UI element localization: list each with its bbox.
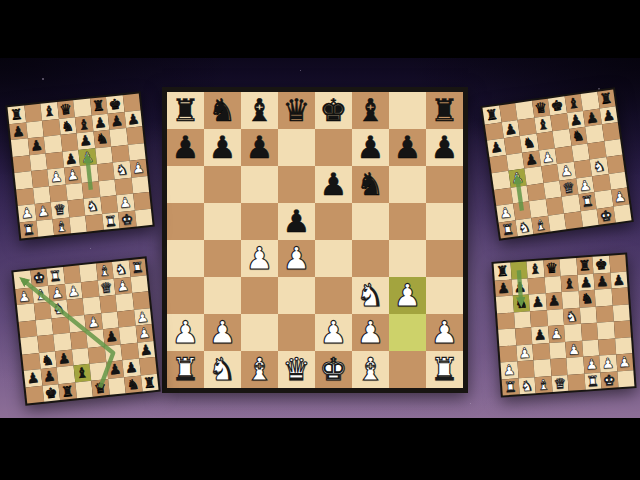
square-d5: ♟ — [62, 150, 80, 168]
square-f2 — [100, 195, 118, 213]
white-pawn: ♟ — [431, 317, 459, 348]
square-b6: ♞ — [512, 294, 530, 312]
square-h3 — [131, 176, 149, 194]
black-pawn: ♟ — [29, 138, 43, 153]
square-c4 — [53, 333, 71, 351]
mini-board-top-right: ♜♛♚♝♜♟♝♟♟♟♟♞♞♟♟♟♟♞♛♟♟♜♟♜♞♝♚ — [480, 87, 634, 241]
square-b3 — [32, 186, 50, 204]
square-a2: ♟ — [18, 204, 36, 222]
square-f1: ♜ — [584, 372, 602, 390]
letterbox-bottom — [0, 418, 640, 480]
white-rook: ♜ — [130, 260, 144, 275]
square-f2: ♟ — [352, 314, 389, 351]
square-a6 — [11, 138, 29, 156]
black-pawn: ♟ — [596, 274, 610, 289]
square-h4 — [426, 240, 463, 277]
white-knight: ♞ — [115, 162, 129, 177]
square-a8 — [13, 271, 31, 289]
square-e2: ♟ — [315, 314, 352, 351]
white-pawn: ♟ — [510, 170, 524, 186]
square-e4 — [86, 329, 104, 347]
white-pawn: ♟ — [518, 345, 532, 360]
white-pawn: ♟ — [540, 149, 554, 165]
white-knight: ♞ — [357, 280, 385, 311]
black-bishop: ♝ — [529, 262, 543, 277]
square-a6 — [17, 303, 35, 321]
white-pawn: ♟ — [136, 309, 150, 324]
square-a5 — [167, 203, 204, 240]
square-a4 — [20, 336, 38, 354]
square-d5: ♟ — [278, 203, 315, 240]
black-queen: ♛ — [93, 380, 107, 395]
black-king: ♚ — [320, 95, 348, 126]
square-h8: ♜ — [128, 258, 146, 276]
square-c7 — [42, 118, 60, 136]
black-rook: ♜ — [431, 95, 459, 126]
white-queen: ♛ — [99, 280, 113, 295]
square-g8: ♚ — [106, 95, 124, 113]
square-c2 — [241, 314, 278, 351]
square-a1: ♜ — [20, 220, 38, 238]
black-pawn: ♟ — [139, 342, 153, 357]
square-d8: ♛ — [543, 259, 561, 277]
square-b4 — [204, 240, 241, 277]
square-b6: ♟ — [27, 137, 45, 155]
square-a6 — [496, 296, 514, 314]
square-b7 — [26, 120, 44, 138]
square-c7: ♟ — [241, 129, 278, 166]
square-b4 — [515, 327, 533, 345]
black-bishop: ♝ — [42, 104, 56, 119]
black-bishop: ♝ — [246, 95, 274, 126]
square-c3 — [49, 184, 67, 202]
square-d5 — [546, 309, 564, 327]
square-b2: ♟ — [204, 314, 241, 351]
black-queen: ♛ — [534, 100, 548, 116]
square-c7 — [528, 277, 546, 295]
square-d2 — [67, 199, 85, 217]
square-b2: ♟ — [40, 367, 58, 385]
square-b5 — [513, 311, 531, 329]
square-d7: ♞ — [58, 117, 76, 135]
square-h7: ♟ — [124, 110, 142, 128]
square-e3: ♟ — [565, 340, 583, 358]
black-pawn: ♟ — [320, 169, 348, 200]
white-pawn: ♟ — [585, 357, 599, 372]
square-g6 — [389, 166, 426, 203]
white-pawn: ♟ — [50, 285, 64, 300]
square-d6 — [278, 166, 315, 203]
square-g3 — [598, 338, 616, 356]
black-queen: ♛ — [545, 261, 559, 276]
square-f8: ♝ — [352, 92, 389, 129]
square-c6: ♞ — [50, 300, 68, 318]
white-bishop: ♝ — [34, 287, 48, 302]
square-f5 — [101, 311, 119, 329]
square-g6 — [115, 293, 133, 311]
square-f3 — [104, 344, 122, 362]
square-d8: ♛ — [57, 100, 75, 118]
square-h2 — [133, 192, 151, 210]
square-g5 — [111, 144, 129, 162]
white-pawn: ♟ — [246, 243, 274, 274]
square-a6 — [167, 166, 204, 203]
square-c1: ♜ — [58, 382, 76, 400]
square-f3 — [98, 179, 116, 197]
white-knight: ♞ — [517, 219, 531, 235]
white-pawn: ♟ — [578, 177, 592, 193]
square-c4: ♟ — [241, 240, 278, 277]
black-pawn: ♟ — [209, 132, 237, 163]
square-c4: ♟ — [531, 326, 549, 344]
square-g5 — [389, 203, 426, 240]
square-h3: ♟ — [137, 341, 155, 359]
square-f3: ♞ — [352, 277, 389, 314]
black-pawn: ♟ — [497, 280, 511, 295]
square-e7 — [315, 129, 352, 166]
black-pawn: ♟ — [172, 132, 200, 163]
square-c1: ♝ — [52, 217, 70, 235]
square-h7 — [130, 275, 148, 293]
black-rook: ♜ — [496, 264, 510, 279]
black-pawn: ♟ — [524, 151, 538, 167]
square-b6 — [33, 302, 51, 320]
square-h6 — [426, 166, 463, 203]
square-b7: ♟ — [204, 129, 241, 166]
square-c5 — [530, 310, 548, 328]
square-f7: ♟ — [91, 113, 109, 131]
square-g3: ♟ — [389, 277, 426, 314]
black-pawn: ♟ — [26, 370, 40, 385]
square-b2 — [517, 360, 535, 378]
square-f6: ♞ — [578, 290, 596, 308]
white-knight: ♞ — [114, 262, 128, 277]
square-d7: ♟ — [64, 282, 82, 300]
black-queen: ♛ — [59, 102, 73, 117]
square-d6 — [60, 133, 78, 151]
black-rook: ♜ — [599, 91, 613, 107]
black-rook: ♜ — [142, 375, 156, 390]
white-rook: ♜ — [504, 379, 518, 394]
black-pawn: ♟ — [585, 110, 599, 126]
mini-board-bottom-right: ♜♝♛♜♚♟♟♝♟♟♟♞♟♟♞♞♟♟♟♟♟♟♟♟♜♞♝♛♜♚ — [491, 252, 636, 397]
square-e8 — [73, 99, 91, 117]
white-pawn: ♟ — [618, 355, 632, 370]
square-b4 — [31, 169, 49, 187]
square-d2 — [550, 358, 568, 376]
square-b1: ♚ — [42, 384, 60, 402]
black-king: ♚ — [44, 385, 58, 400]
square-a7: ♟ — [167, 129, 204, 166]
square-f7: ♟ — [577, 273, 595, 291]
letterbox-top — [0, 0, 640, 58]
square-a5 — [13, 155, 31, 173]
white-knight: ♞ — [520, 378, 534, 393]
square-e3 — [82, 181, 100, 199]
white-knight: ♞ — [86, 199, 100, 214]
black-bishop: ♝ — [77, 116, 91, 131]
square-b8 — [510, 261, 528, 279]
black-knight: ♞ — [580, 291, 594, 306]
square-c2 — [533, 359, 551, 377]
white-pawn: ♟ — [559, 163, 573, 179]
square-g3 — [115, 177, 133, 195]
white-pawn: ♟ — [498, 205, 512, 221]
white-knight: ♞ — [52, 301, 66, 316]
black-pawn: ♟ — [104, 329, 118, 344]
square-d1: ♛ — [278, 351, 315, 388]
white-pawn: ♟ — [567, 342, 581, 357]
black-knight: ♞ — [357, 169, 385, 200]
square-d1 — [69, 215, 87, 233]
white-pawn: ♟ — [209, 317, 237, 348]
square-b3: ♟ — [516, 344, 534, 362]
white-pawn: ♟ — [357, 317, 385, 348]
square-g3 — [121, 342, 139, 360]
black-rook: ♜ — [485, 107, 499, 123]
square-h2 — [139, 357, 157, 375]
black-pawn: ♟ — [547, 293, 561, 308]
video-frame: ♜♞♝♛♚♝♜♟♟♟♟♟♟♟♞♟♟♟♞♟♟♟♟♟♟♜♞♝♛♚♝♜ ♜♝♛♜♚♟♞… — [0, 0, 640, 480]
square-h5 — [128, 143, 146, 161]
square-e1 — [567, 373, 585, 391]
black-bishop: ♝ — [563, 276, 577, 291]
square-g2 — [389, 314, 426, 351]
black-pawn: ♟ — [357, 132, 385, 163]
square-a2: ♟ — [167, 314, 204, 351]
square-a8: ♜ — [7, 106, 25, 124]
square-c4: ♟ — [47, 168, 65, 186]
square-f7: ♛ — [97, 278, 115, 296]
square-e6 — [562, 291, 580, 309]
white-knight: ♞ — [209, 354, 237, 385]
white-queen: ♛ — [561, 180, 575, 196]
square-d2: ♝ — [73, 364, 91, 382]
square-c5 — [241, 203, 278, 240]
square-e8 — [79, 264, 97, 282]
square-h1: ♜ — [426, 351, 463, 388]
square-f6 — [99, 295, 117, 313]
black-pawn: ♟ — [579, 275, 593, 290]
square-e1: ♚ — [315, 351, 352, 388]
square-d7 — [544, 276, 562, 294]
black-pawn: ♟ — [612, 272, 626, 287]
square-g1: ♚ — [600, 371, 618, 389]
square-e5 — [315, 203, 352, 240]
white-bishop: ♝ — [54, 218, 68, 233]
white-pawn: ♟ — [131, 161, 145, 176]
square-c1: ♝ — [535, 376, 553, 394]
black-rook: ♜ — [10, 107, 24, 122]
white-knight: ♞ — [565, 309, 579, 324]
square-f8: ♜ — [90, 97, 108, 115]
square-a3 — [167, 277, 204, 314]
square-e4 — [315, 240, 352, 277]
white-rook: ♜ — [48, 269, 62, 284]
square-a1 — [26, 385, 44, 403]
square-g1: ♚ — [118, 210, 136, 228]
square-e2 — [566, 357, 584, 375]
black-pawn: ♟ — [394, 132, 422, 163]
square-f7: ♟ — [352, 129, 389, 166]
white-rook: ♜ — [580, 194, 594, 210]
white-king: ♚ — [602, 372, 616, 387]
square-h6 — [126, 126, 144, 144]
square-h1 — [617, 370, 635, 388]
square-b8: ♞ — [204, 92, 241, 129]
square-b2: ♟ — [34, 202, 52, 220]
white-pawn: ♟ — [116, 278, 130, 293]
black-bishop: ♝ — [566, 96, 580, 112]
square-g2: ♟ — [116, 194, 134, 212]
star — [300, 70, 301, 71]
square-e4 — [80, 164, 98, 182]
black-pawn: ♟ — [79, 133, 93, 148]
square-h4: ♟ — [129, 159, 147, 177]
white-king: ♚ — [120, 212, 134, 227]
square-f8: ♜ — [576, 257, 594, 275]
white-rook: ♜ — [431, 354, 459, 385]
square-e5: ♟ — [84, 313, 102, 331]
square-a5 — [19, 320, 37, 338]
square-g8 — [389, 92, 426, 129]
white-bishop: ♝ — [533, 217, 547, 233]
square-a7: ♟ — [495, 279, 513, 297]
square-d3 — [65, 182, 83, 200]
square-g2: ♟ — [599, 354, 617, 372]
square-a8: ♜ — [167, 92, 204, 129]
square-c3: ♟ — [55, 349, 73, 367]
square-g8: ♚ — [592, 256, 610, 274]
star — [90, 248, 91, 249]
square-g5 — [117, 309, 135, 327]
square-e8 — [559, 258, 577, 276]
square-f4 — [580, 323, 598, 341]
square-d4 — [70, 331, 88, 349]
square-c8: ♝ — [526, 260, 544, 278]
white-pawn: ♟ — [17, 288, 31, 303]
square-b7: ♟ — [511, 278, 529, 296]
black-rook: ♜ — [60, 383, 74, 398]
white-king: ♚ — [32, 270, 46, 285]
black-knight: ♞ — [61, 118, 75, 133]
black-pawn: ♟ — [533, 328, 547, 343]
square-c1: ♝ — [241, 351, 278, 388]
square-g8: ♞ — [112, 260, 130, 278]
black-knight: ♞ — [522, 135, 536, 151]
square-h4: ♟ — [135, 324, 153, 342]
white-bishop: ♝ — [98, 263, 112, 278]
black-pawn: ♟ — [64, 151, 78, 166]
square-c2 — [57, 366, 75, 384]
square-g6 — [595, 289, 613, 307]
square-c8: ♜ — [46, 267, 64, 285]
square-f8: ♝ — [96, 262, 114, 280]
square-e8: ♚ — [315, 92, 352, 129]
black-pawn: ♟ — [503, 121, 517, 137]
black-pawn: ♟ — [283, 206, 311, 237]
square-d6: ♟ — [545, 292, 563, 310]
star — [470, 403, 471, 404]
black-knight: ♞ — [95, 131, 109, 146]
square-e3 — [315, 277, 352, 314]
square-b1: ♞ — [518, 377, 536, 395]
square-h8 — [609, 255, 627, 273]
square-f3 — [582, 339, 600, 357]
white-bishop: ♝ — [246, 354, 274, 385]
mini-board-top-left: ♜♝♛♜♚♟♞♝♟♟♟♟♟♞♟♟♟♟♞♟♟♟♛♞♟♜♝♜♚ — [5, 91, 154, 240]
square-g7: ♟ — [389, 129, 426, 166]
white-pawn: ♟ — [49, 169, 63, 184]
white-pawn: ♟ — [118, 195, 132, 210]
square-c8: ♝ — [241, 92, 278, 129]
square-f6: ♞ — [93, 130, 111, 148]
square-e7: ♝ — [561, 274, 579, 292]
square-e2 — [89, 362, 107, 380]
black-rook: ♜ — [578, 258, 592, 273]
square-a3 — [16, 188, 34, 206]
white-pawn: ♟ — [67, 283, 81, 298]
black-king: ♚ — [108, 97, 122, 112]
square-d4: ♟ — [548, 325, 566, 343]
square-c6: ♟ — [529, 293, 547, 311]
main-chess-board: ♜♞♝♛♚♝♜♟♟♟♟♟♟♟♞♟♟♟♞♟♟♟♟♟♟♜♞♝♛♚♝♜ — [162, 87, 468, 393]
square-b6 — [204, 166, 241, 203]
square-a2: ♟ — [24, 369, 42, 387]
white-queen: ♛ — [53, 202, 67, 217]
square-e5: ♟ — [78, 148, 96, 166]
square-c6 — [44, 135, 62, 153]
square-f4: ♟ — [102, 328, 120, 346]
square-f5 — [352, 203, 389, 240]
square-e7: ♝ — [75, 115, 93, 133]
mini-board-bottom-left: ♚♜♝♞♜♟♝♟♟♛♟♞♟♟♟♟♞♟♟♟♟♝♟♟♚♜♛♞♜ — [11, 256, 160, 405]
square-b5 — [35, 318, 53, 336]
black-rook: ♜ — [92, 98, 106, 113]
square-a5 — [497, 312, 515, 330]
square-h5 — [612, 304, 630, 322]
square-g7: ♟ — [108, 112, 126, 130]
square-b8 — [24, 104, 42, 122]
square-d3 — [278, 277, 315, 314]
white-rook: ♜ — [104, 213, 118, 228]
square-h8 — [122, 93, 140, 111]
square-g2: ♟ — [122, 359, 140, 377]
square-h7: ♟ — [426, 129, 463, 166]
square-b3 — [204, 277, 241, 314]
white-pawn: ♟ — [503, 363, 517, 378]
square-d8: ♛ — [278, 92, 315, 129]
square-h2: ♟ — [616, 353, 634, 371]
white-pawn: ♟ — [66, 167, 80, 182]
square-f4 — [96, 163, 114, 181]
square-a1: ♜ — [502, 378, 520, 396]
square-a3 — [499, 345, 517, 363]
square-e2: ♞ — [83, 197, 101, 215]
white-king: ♚ — [320, 354, 348, 385]
square-d1: ♛ — [551, 374, 569, 392]
black-pawn: ♟ — [108, 362, 122, 377]
square-g5 — [596, 305, 614, 323]
white-rook: ♜ — [172, 354, 200, 385]
square-h1 — [613, 204, 632, 223]
white-pawn: ♟ — [394, 280, 422, 311]
black-knight: ♞ — [126, 377, 140, 392]
white-pawn: ♟ — [320, 317, 348, 348]
square-g7: ♟ — [593, 272, 611, 290]
black-knight: ♞ — [514, 296, 528, 311]
square-g6 — [109, 128, 127, 146]
